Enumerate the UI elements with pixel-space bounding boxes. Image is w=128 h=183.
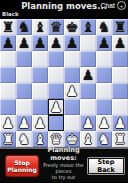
square-h4[interactable]	[112, 83, 128, 99]
square-h6[interactable]	[112, 51, 128, 67]
white-pawn[interactable]: ♟	[2, 115, 15, 131]
square-g6[interactable]	[96, 51, 112, 67]
square-f7[interactable]	[80, 35, 96, 51]
white-pawn[interactable]: ♟	[114, 115, 127, 131]
white-pawn[interactable]: ♟	[34, 115, 47, 131]
planning-message-title: Planning moves:	[40, 146, 87, 162]
black-knight[interactable]: ♞	[98, 19, 111, 35]
black-rook[interactable]: ♜	[2, 19, 15, 35]
white-rook[interactable]: ♜	[114, 131, 127, 147]
square-c6[interactable]	[32, 51, 48, 67]
planning-message-line2: to try out strategies	[40, 174, 87, 183]
square-e6[interactable]	[64, 51, 80, 67]
square-h3[interactable]	[112, 99, 128, 115]
square-b5[interactable]	[16, 67, 32, 83]
square-b8[interactable]: ♞	[16, 19, 32, 35]
stop-planning-label-line2: Planning	[7, 166, 37, 173]
step-back-button[interactable]: Step Back	[88, 158, 124, 174]
square-h7[interactable]: ♟	[112, 35, 128, 51]
stop-planning-label-line1: Stop	[14, 159, 30, 166]
black-rook[interactable]: ♜	[114, 19, 127, 35]
black-pawn[interactable]: ♟	[18, 35, 31, 51]
square-e8[interactable]: ♚	[64, 19, 80, 35]
square-f2[interactable]: ♟	[80, 115, 96, 131]
square-f8[interactable]: ♝	[80, 19, 96, 35]
chat-circled-plus-icon: +	[117, 1, 126, 10]
square-g3[interactable]	[96, 99, 112, 115]
square-d6[interactable]	[48, 51, 64, 67]
bottom-bar: Stop Planning Planning moves: Freely mov…	[0, 147, 128, 182]
square-d7[interactable]: ♟	[48, 35, 64, 51]
square-h5[interactable]	[112, 67, 128, 83]
chat-button-label: Chat	[101, 2, 115, 9]
square-b2[interactable]: ♟	[16, 115, 32, 131]
black-bishop[interactable]: ♝	[82, 19, 95, 35]
square-a1[interactable]: ♜	[0, 131, 16, 147]
square-d8[interactable]: ♛	[48, 19, 64, 35]
square-d5[interactable]	[48, 67, 64, 83]
square-e7[interactable]: ♟	[64, 35, 80, 51]
chess-board: ♜♞♝♛♚♝♞♜♟♟♟♟♟♟♟♟♟♟♟♟♟♟♟♟♜♞♝♛♚♝♞♜	[0, 19, 128, 147]
planning-message: Planning moves: Freely move the pieces t…	[40, 146, 87, 183]
white-pawn[interactable]: ♟	[82, 115, 95, 131]
black-pawn[interactable]: ♟	[82, 67, 95, 83]
white-knight[interactable]: ♞	[98, 131, 111, 147]
square-a5[interactable]	[0, 67, 16, 83]
square-a3[interactable]	[0, 99, 16, 115]
square-b3[interactable]	[16, 99, 32, 115]
top-bar: Planning moves... Chat +	[0, 0, 128, 13]
white-pawn[interactable]: ♟	[66, 83, 79, 99]
chess-app-window: Planning moves... Chat + Black ♜♞♝♛♚♝♞♜♟…	[0, 0, 128, 182]
black-pawn[interactable]: ♟	[98, 35, 111, 51]
square-b4[interactable]	[16, 83, 32, 99]
player-side-label: Black	[2, 11, 19, 17]
square-c7[interactable]: ♟	[32, 35, 48, 51]
square-a7[interactable]: ♟	[0, 35, 16, 51]
square-c4[interactable]	[32, 83, 48, 99]
square-f4[interactable]	[80, 83, 96, 99]
square-b7[interactable]: ♟	[16, 35, 32, 51]
square-e4[interactable]: ♟	[64, 83, 80, 99]
square-d2[interactable]	[48, 115, 64, 131]
planning-message-line1: Freely move the pieces	[40, 162, 87, 174]
black-pawn[interactable]: ♟	[66, 35, 79, 51]
square-d4[interactable]	[48, 83, 64, 99]
black-queen[interactable]: ♛	[50, 19, 63, 35]
square-d3[interactable]: ♟	[48, 99, 64, 115]
square-c5[interactable]	[32, 67, 48, 83]
black-bishop[interactable]: ♝	[34, 19, 47, 35]
white-rook[interactable]: ♜	[2, 131, 15, 147]
stop-planning-button[interactable]: Stop Planning	[5, 155, 39, 177]
square-b6[interactable]	[16, 51, 32, 67]
square-g1[interactable]: ♞	[96, 131, 112, 147]
square-c8[interactable]: ♝	[32, 19, 48, 35]
white-pawn[interactable]: ♟	[50, 99, 63, 115]
white-pawn[interactable]: ♟	[98, 115, 111, 131]
black-pawn[interactable]: ♟	[2, 35, 15, 51]
black-pawn[interactable]: ♟	[34, 35, 47, 51]
square-c3[interactable]	[32, 99, 48, 115]
square-g2[interactable]: ♟	[96, 115, 112, 131]
black-knight[interactable]: ♞	[18, 19, 31, 35]
square-g5[interactable]	[96, 67, 112, 83]
square-h1[interactable]: ♜	[112, 131, 128, 147]
square-f3[interactable]	[80, 99, 96, 115]
square-a8[interactable]: ♜	[0, 19, 16, 35]
white-pawn[interactable]: ♟	[18, 115, 31, 131]
black-king[interactable]: ♚	[66, 19, 79, 35]
square-a4[interactable]	[0, 83, 16, 99]
square-e3[interactable]	[64, 99, 80, 115]
square-b1[interactable]: ♞	[16, 131, 32, 147]
square-h2[interactable]: ♟	[112, 115, 128, 131]
square-f5[interactable]: ♟	[80, 67, 96, 83]
black-pawn[interactable]: ♟	[114, 35, 127, 51]
square-g4[interactable]	[96, 83, 112, 99]
square-c2[interactable]: ♟	[32, 115, 48, 131]
square-a2[interactable]: ♟	[0, 115, 16, 131]
white-knight[interactable]: ♞	[18, 131, 31, 147]
square-f6[interactable]	[80, 51, 96, 67]
square-h8[interactable]: ♜	[112, 19, 128, 35]
square-a6[interactable]	[0, 51, 16, 67]
square-g7[interactable]: ♟	[96, 35, 112, 51]
square-g8[interactable]: ♞	[96, 19, 112, 35]
square-e2[interactable]	[64, 115, 80, 131]
chat-button[interactable]: Chat +	[100, 1, 127, 10]
black-pawn[interactable]: ♟	[50, 35, 63, 51]
square-e5[interactable]	[64, 67, 80, 83]
